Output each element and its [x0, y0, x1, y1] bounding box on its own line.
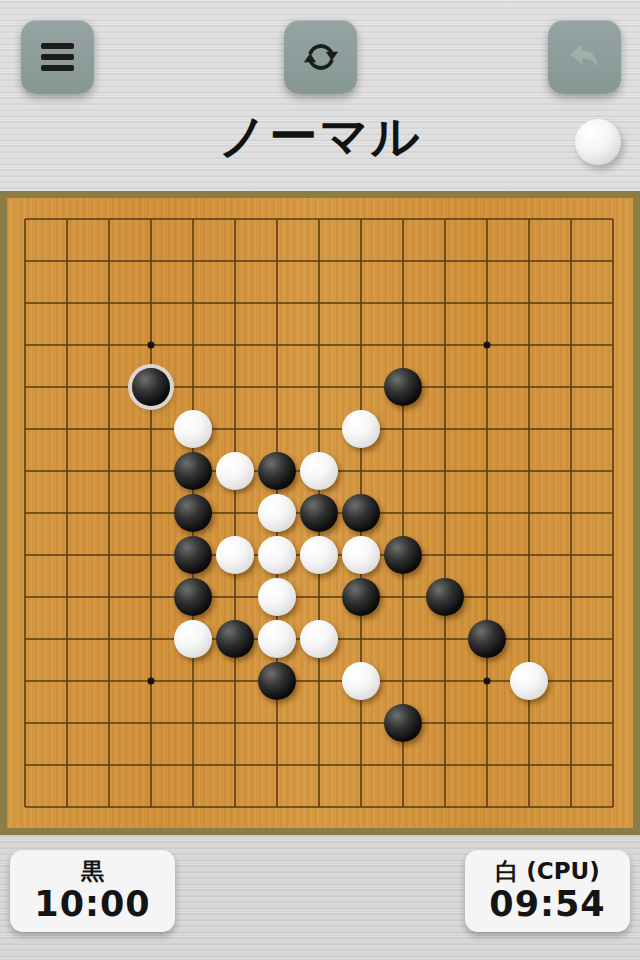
white-stone [216, 536, 254, 574]
black-stone [384, 536, 422, 574]
black-stone [426, 578, 464, 616]
white-stone [258, 494, 296, 532]
black-stone [342, 494, 380, 532]
page-title: ノーマル [0, 104, 640, 168]
white-stone [342, 536, 380, 574]
white-stone [510, 662, 548, 700]
black-stone [468, 620, 506, 658]
hamburger-menu-icon [41, 43, 74, 71]
white-stone [300, 536, 338, 574]
gomoku-app-screen: { "game": "Gomoku (五目並べ) on 15x15 go-sty… [0, 0, 640, 960]
black-stone [258, 452, 296, 490]
white-stone [216, 452, 254, 490]
black-stone [342, 578, 380, 616]
board-stones-grid [4, 198, 634, 828]
black-player-label: 黒 [81, 858, 104, 884]
white-stone [258, 536, 296, 574]
white-stone [300, 452, 338, 490]
undo-button[interactable] [548, 20, 621, 94]
black-player-clock: 黒 10:00 [10, 850, 175, 932]
menu-button[interactable] [21, 20, 94, 94]
undo-arrow-icon [565, 37, 605, 77]
black-stone [216, 620, 254, 658]
white-player-label: 白 (CPU) [495, 858, 599, 884]
restart-button[interactable] [284, 20, 357, 94]
refresh-restart-icon [302, 38, 340, 76]
black-stone [258, 662, 296, 700]
white-stone [342, 410, 380, 448]
black-stone [384, 704, 422, 742]
white-player-clock: 白 (CPU) 09:54 [465, 850, 630, 932]
white-stone [174, 410, 212, 448]
gomoku-board[interactable] [7, 198, 633, 828]
turn-indicator-white-stone [575, 119, 621, 165]
white-time-remaining: 09:54 [489, 884, 605, 924]
black-time-remaining: 10:00 [34, 884, 150, 924]
black-stone [384, 368, 422, 406]
black-stone [174, 452, 212, 490]
black-stone [300, 494, 338, 532]
board-frame [0, 191, 640, 835]
black-stone [174, 578, 212, 616]
black-stone [174, 494, 212, 532]
last-move-black-stone [132, 368, 170, 406]
white-stone [342, 662, 380, 700]
white-stone [258, 578, 296, 616]
black-stone [174, 536, 212, 574]
white-stone [174, 620, 212, 658]
white-stone [300, 620, 338, 658]
white-stone [258, 620, 296, 658]
